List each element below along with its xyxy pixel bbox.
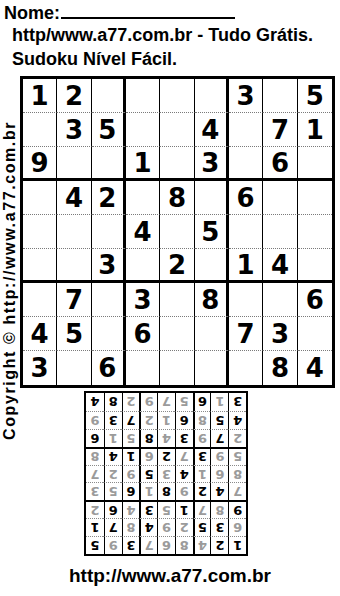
solution-cell-r8c9: 9 (86, 411, 104, 429)
solution-cell-r9c6: 9 (139, 393, 157, 411)
solution-cell-r2c2: 3 (210, 518, 228, 536)
solution-cell-r7c1: 2 (228, 429, 246, 447)
solution-cell-r6c1: 5 (228, 447, 246, 465)
cell-r1c4[interactable] (126, 79, 160, 113)
cell-r8c3[interactable] (92, 317, 126, 351)
solution-cell-r8c6: 2 (139, 411, 157, 429)
cell-r1c7[interactable]: 3 (229, 79, 263, 113)
solution-cell-r5c4: 4 (175, 465, 193, 483)
cell-r9c5[interactable] (160, 351, 194, 385)
solution-cell-r6c9: 8 (86, 447, 104, 465)
name-label: Nome: (4, 3, 60, 23)
solution-cell-r3c4: 1 (175, 500, 193, 518)
solution-cell-r6c7: 1 (122, 447, 140, 465)
solution-cell-r1c7: 3 (122, 536, 140, 554)
solution-cell-r5c7: 9 (122, 465, 140, 483)
cell-r4c3[interactable]: 2 (92, 181, 126, 215)
cell-r5c6[interactable]: 5 (195, 215, 229, 249)
solution-cell-r2c8: 7 (104, 518, 122, 536)
solution-cell-r9c7: 2 (122, 393, 140, 411)
solution-cell-r1c3: 4 (193, 536, 211, 554)
cell-r8c6[interactable] (195, 317, 229, 351)
cell-r4c4[interactable] (126, 181, 160, 215)
puzzle-level-title: Sudoku Nível Fácil. (12, 49, 177, 70)
solution-cell-r2c4: 2 (175, 518, 193, 536)
cell-r6c9[interactable] (298, 249, 332, 283)
cell-r8c4[interactable]: 6 (126, 317, 160, 351)
solution-cell-r3c7: 4 (122, 500, 140, 518)
cell-r6c3[interactable]: 3 (92, 249, 126, 283)
solution-cell-r7c3: 9 (193, 429, 211, 447)
solution-cell-r7c6: 8 (139, 429, 157, 447)
solution-cell-r1c5: 6 (157, 536, 175, 554)
solution-cell-r3c1: 9 (228, 500, 246, 518)
solution-cell-r3c6: 3 (139, 500, 157, 518)
copyright-vertical-text: Copyright © http://www.a77.com.br (1, 121, 19, 440)
solution-cell-r1c8: 9 (104, 536, 122, 554)
cell-r1c6[interactable] (195, 79, 229, 113)
cell-r9c9[interactable]: 4 (298, 351, 332, 385)
cell-r6c6[interactable] (195, 249, 229, 283)
cell-r2c4[interactable] (126, 113, 160, 147)
cell-r2c8[interactable]: 7 (263, 113, 297, 147)
cell-r9c1[interactable]: 3 (23, 351, 57, 385)
solution-cell-r6c8: 4 (104, 447, 122, 465)
solution-cell-r1c1: 1 (228, 536, 246, 554)
solution-cell-r5c8: 2 (104, 465, 122, 483)
cell-r3c7[interactable] (229, 147, 263, 181)
solution-cell-r1c2: 2 (210, 536, 228, 554)
cell-r6c2[interactable] (57, 249, 91, 283)
solution-cell-r8c5: 1 (157, 411, 175, 429)
cell-r9c2[interactable] (57, 351, 91, 385)
cell-r4c8[interactable] (263, 181, 297, 215)
cell-r5c4[interactable]: 4 (126, 215, 160, 249)
cell-r9c7[interactable] (229, 351, 263, 385)
cell-r6c8[interactable]: 4 (263, 249, 297, 283)
solution-cell-r4c6: 1 (139, 482, 157, 500)
cell-r7c3[interactable] (92, 283, 126, 317)
cell-r3c9[interactable] (298, 147, 332, 181)
solution-cell-r4c3: 2 (193, 482, 211, 500)
solution-cell-r7c2: 7 (210, 429, 228, 447)
solution-cell-r7c5: 4 (157, 429, 175, 447)
solution-cell-r5c1: 8 (228, 465, 246, 483)
cell-r4c9[interactable] (298, 181, 332, 215)
solution-cell-r2c3: 5 (193, 518, 211, 536)
solution-cell-r6c2: 9 (210, 447, 228, 465)
cell-r9c6[interactable] (195, 351, 229, 385)
solution-cell-r8c2: 5 (210, 411, 228, 429)
solution-cell-r2c1: 6 (228, 518, 246, 536)
cell-r5c9[interactable] (298, 215, 332, 249)
footer-url: http://www.a77.com.br (0, 565, 340, 587)
cell-r7c9[interactable]: 6 (298, 283, 332, 317)
solution-cell-r2c6: 4 (139, 518, 157, 536)
cell-r5c5[interactable] (160, 215, 194, 249)
cell-r9c8[interactable]: 8 (263, 351, 297, 385)
solution-cell-r5c2: 6 (210, 465, 228, 483)
cell-r5c1[interactable] (23, 215, 57, 249)
cell-r9c4[interactable] (126, 351, 160, 385)
solution-cell-r7c7: 5 (122, 429, 140, 447)
solution-cell-r6c3: 3 (193, 447, 211, 465)
solution-cell-r4c4: 9 (175, 482, 193, 500)
cell-r6c4[interactable] (126, 249, 160, 283)
cell-r2c5[interactable] (160, 113, 194, 147)
sudoku-solution-board-rotated: 1248673956352948719871534627429816538614… (84, 391, 248, 556)
solution-cell-r6c4: 7 (175, 447, 193, 465)
solution-cell-r9c8: 8 (104, 393, 122, 411)
solution-cell-r4c9: 3 (86, 482, 104, 500)
cell-r1c2[interactable]: 2 (57, 79, 91, 113)
cell-r3c4[interactable]: 1 (126, 147, 160, 181)
name-fill-line (61, 2, 235, 19)
cell-r7c6[interactable]: 8 (195, 283, 229, 317)
solution-cell-r1c9: 5 (86, 536, 104, 554)
solution-cell-r8c3: 8 (193, 411, 211, 429)
cell-r3c3[interactable] (92, 147, 126, 181)
cell-r1c3[interactable] (92, 79, 126, 113)
solution-cell-r7c4: 3 (175, 429, 193, 447)
cell-r2c6[interactable]: 4 (195, 113, 229, 147)
cell-r3c6[interactable]: 3 (195, 147, 229, 181)
solution-cell-r9c1: 3 (228, 393, 246, 411)
solution-cell-r1c6: 7 (139, 536, 157, 554)
cell-r3c2[interactable] (57, 147, 91, 181)
cell-r4c2[interactable]: 4 (57, 181, 91, 215)
cell-r7c8[interactable] (263, 283, 297, 317)
cell-r8c5[interactable] (160, 317, 194, 351)
cell-r3c5[interactable] (160, 147, 194, 181)
name-row: Nome: (4, 2, 235, 24)
printable-sudoku-page: Nome: http/www.a77.com.br - Tudo Grátis.… (0, 0, 340, 596)
cell-r1c8[interactable] (263, 79, 297, 113)
cell-r2c1[interactable] (23, 113, 57, 147)
solution-cell-r3c3: 7 (193, 500, 211, 518)
cell-r4c7[interactable]: 6 (229, 181, 263, 215)
cell-r4c6[interactable] (195, 181, 229, 215)
cell-r6c5[interactable]: 2 (160, 249, 194, 283)
cell-r7c5[interactable] (160, 283, 194, 317)
cell-r7c1[interactable] (23, 283, 57, 317)
cell-r6c7[interactable]: 1 (229, 249, 263, 283)
solution-cell-r3c5: 5 (157, 500, 175, 518)
solution-cell-r9c4: 5 (175, 393, 193, 411)
solution-cell-r5c9: 7 (86, 465, 104, 483)
cell-r7c2[interactable]: 7 (57, 283, 91, 317)
cell-r6c1[interactable] (23, 249, 57, 283)
cell-r3c8[interactable]: 6 (263, 147, 297, 181)
cell-r1c9[interactable]: 5 (298, 79, 332, 113)
cell-r8c2[interactable]: 5 (57, 317, 91, 351)
solution-cell-r3c2: 8 (210, 500, 228, 518)
solution-cell-r3c8: 6 (104, 500, 122, 518)
cell-r8c1[interactable]: 4 (23, 317, 57, 351)
solution-cell-r8c8: 3 (104, 411, 122, 429)
cell-r4c5[interactable]: 8 (160, 181, 194, 215)
solution-cell-r4c7: 6 (122, 482, 140, 500)
solution-cell-r5c6: 5 (139, 465, 157, 483)
cell-r5c2[interactable] (57, 215, 91, 249)
cell-r5c8[interactable] (263, 215, 297, 249)
solution-cell-r4c5: 8 (157, 482, 175, 500)
cell-r7c4[interactable]: 3 (126, 283, 160, 317)
solution-cell-r9c9: 4 (86, 393, 104, 411)
cell-r9c3[interactable]: 6 (92, 351, 126, 385)
solution-cell-r4c2: 4 (210, 482, 228, 500)
cell-r2c2[interactable]: 3 (57, 113, 91, 147)
cell-r1c1[interactable]: 1 (23, 79, 57, 113)
solution-cell-r5c5: 3 (157, 465, 175, 483)
solution-cell-r9c2: 1 (210, 393, 228, 411)
solution-cell-r4c1: 7 (228, 482, 246, 500)
cell-r8c9[interactable] (298, 317, 332, 351)
solution-cell-r5c3: 1 (193, 465, 211, 483)
solution-cell-r6c5: 2 (157, 447, 175, 465)
cell-r3c1[interactable]: 9 (23, 147, 57, 181)
site-tagline: http/www.a77.com.br - Tudo Grátis. (12, 25, 313, 46)
cell-r8c8[interactable]: 3 (263, 317, 297, 351)
cell-r7c7[interactable] (229, 283, 263, 317)
solution-cell-r8c4: 6 (175, 411, 193, 429)
sudoku-board: 123535471913642864532147386456733684 (20, 76, 335, 388)
cell-r2c7[interactable] (229, 113, 263, 147)
cell-r5c3[interactable] (92, 215, 126, 249)
solution-cell-r6c6: 6 (139, 447, 157, 465)
cell-r8c7[interactable]: 7 (229, 317, 263, 351)
solution-cell-r9c3: 6 (193, 393, 211, 411)
solution-cell-r4c8: 5 (104, 482, 122, 500)
solution-cell-r7c9: 6 (86, 429, 104, 447)
cell-r2c3[interactable]: 5 (92, 113, 126, 147)
solution-cell-r2c9: 1 (86, 518, 104, 536)
solution-cell-r8c1: 4 (228, 411, 246, 429)
solution-cell-r1c4: 8 (175, 536, 193, 554)
cell-r2c9[interactable]: 1 (298, 113, 332, 147)
cell-r5c7[interactable] (229, 215, 263, 249)
cell-r1c5[interactable] (160, 79, 194, 113)
solution-cell-r2c5: 9 (157, 518, 175, 536)
cell-r4c1[interactable] (23, 181, 57, 215)
solution-cell-r2c7: 8 (122, 518, 140, 536)
solution-cell-r7c8: 1 (104, 429, 122, 447)
solution-cell-r8c7: 7 (122, 411, 140, 429)
solution-cell-r3c9: 2 (86, 500, 104, 518)
solution-cell-r9c5: 7 (157, 393, 175, 411)
